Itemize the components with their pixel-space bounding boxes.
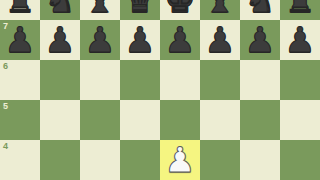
square-g8[interactable]: ♞	[240, 0, 280, 20]
square-a6[interactable]: 6	[0, 60, 40, 100]
square-d6[interactable]	[120, 60, 160, 100]
square-d4[interactable]	[120, 140, 160, 180]
piece-black-rook[interactable]: ♜	[0, 0, 40, 20]
piece-black-pawn[interactable]: ♟	[240, 20, 280, 60]
square-d7[interactable]: ♟	[120, 20, 160, 60]
square-e4[interactable]: ♟	[160, 140, 200, 180]
square-h6[interactable]	[280, 60, 320, 100]
square-d5[interactable]	[120, 100, 160, 140]
square-a7[interactable]: 7♟	[0, 20, 40, 60]
square-f4[interactable]	[200, 140, 240, 180]
rank-label-6: 6	[3, 61, 8, 71]
square-b4[interactable]	[40, 140, 80, 180]
square-h5[interactable]	[280, 100, 320, 140]
square-g7[interactable]: ♟	[240, 20, 280, 60]
square-g5[interactable]	[240, 100, 280, 140]
piece-black-knight[interactable]: ♞	[240, 0, 280, 20]
rank-label-4: 4	[3, 141, 8, 151]
square-b7[interactable]: ♟	[40, 20, 80, 60]
piece-black-pawn[interactable]: ♟	[0, 20, 40, 60]
square-b8[interactable]: ♞	[40, 0, 80, 20]
square-e8[interactable]: ♚	[160, 0, 200, 20]
square-c5[interactable]	[80, 100, 120, 140]
square-e6[interactable]	[160, 60, 200, 100]
piece-black-pawn[interactable]: ♟	[120, 20, 160, 60]
piece-black-rook[interactable]: ♜	[280, 0, 320, 20]
square-c6[interactable]	[80, 60, 120, 100]
square-f8[interactable]: ♝	[200, 0, 240, 20]
square-f7[interactable]: ♟	[200, 20, 240, 60]
square-b5[interactable]	[40, 100, 80, 140]
piece-black-bishop[interactable]: ♝	[80, 0, 120, 20]
square-c8[interactable]: ♝	[80, 0, 120, 20]
square-h7[interactable]: ♟	[280, 20, 320, 60]
piece-black-pawn[interactable]: ♟	[40, 20, 80, 60]
square-f6[interactable]	[200, 60, 240, 100]
chessboard-viewport: ♜♞♝♛♚♝♞♜7♟♟♟♟♟♟♟♟654♟♟♟♟♟♟♟♟♜♞♝♛♚♝♞♜	[0, 0, 320, 180]
square-d8[interactable]: ♛	[120, 0, 160, 20]
piece-black-queen[interactable]: ♛	[120, 0, 160, 20]
rank-label-5: 5	[3, 101, 8, 111]
piece-white-pawn[interactable]: ♟	[160, 140, 200, 180]
chessboard: ♜♞♝♛♚♝♞♜7♟♟♟♟♟♟♟♟654♟♟♟♟♟♟♟♟♜♞♝♛♚♝♞♜	[0, 0, 320, 180]
piece-black-bishop[interactable]: ♝	[200, 0, 240, 20]
square-a8[interactable]: ♜	[0, 0, 40, 20]
piece-black-pawn[interactable]: ♟	[160, 20, 200, 60]
square-a5[interactable]: 5	[0, 100, 40, 140]
square-a4[interactable]: 4	[0, 140, 40, 180]
square-b6[interactable]	[40, 60, 80, 100]
square-g6[interactable]	[240, 60, 280, 100]
piece-black-knight[interactable]: ♞	[40, 0, 80, 20]
square-h8[interactable]: ♜	[280, 0, 320, 20]
piece-black-pawn[interactable]: ♟	[200, 20, 240, 60]
piece-black-pawn[interactable]: ♟	[280, 20, 320, 60]
square-c4[interactable]	[80, 140, 120, 180]
square-h4[interactable]	[280, 140, 320, 180]
piece-black-king[interactable]: ♚	[160, 0, 200, 20]
square-e7[interactable]: ♟	[160, 20, 200, 60]
square-c7[interactable]: ♟	[80, 20, 120, 60]
square-g4[interactable]	[240, 140, 280, 180]
square-e5[interactable]	[160, 100, 200, 140]
square-f5[interactable]	[200, 100, 240, 140]
piece-black-pawn[interactable]: ♟	[80, 20, 120, 60]
